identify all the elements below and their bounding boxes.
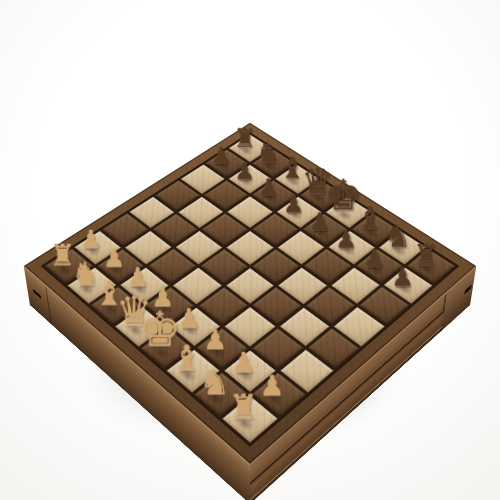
perspective-camera: ♜♞♝♛♚♝♞♜♟♟♟♟♟♟♟♟♟♟♟♟♟♟♟♟♜♞♝♛♚♝♞♜ [0,0,500,500]
black-pawn-h7[interactable]: ♟ [365,264,440,290]
drawer-pull-notch-left [33,288,41,299]
panel-seam [45,287,52,325]
chess-board-grid: ♜♞♝♛♚♝♞♜♟♟♟♟♟♟♟♟♟♟♟♟♟♟♟♟♜♞♝♛♚♝♞♜ [41,132,460,446]
board-frame: ♜♞♝♛♚♝♞♜♟♟♟♟♟♟♟♟♟♟♟♟♟♟♟♟♜♞♝♛♚♝♞♜ [24,123,477,464]
drawer-pull-notch-right [464,284,472,294]
square-h1[interactable]: ♜ [223,396,278,442]
chess-set-photo: ♜♞♝♛♚♝♞♜♟♟♟♟♟♟♟♟♟♟♟♟♟♟♟♟♜♞♝♛♚♝♞♜ [0,0,500,500]
white-rook-h1[interactable]: ♜ [201,391,286,424]
chess-box: ♜♞♝♛♚♝♞♜♟♟♟♟♟♟♟♟♟♟♟♟♟♟♟♟♜♞♝♛♚♝♞♜ [24,123,477,464]
